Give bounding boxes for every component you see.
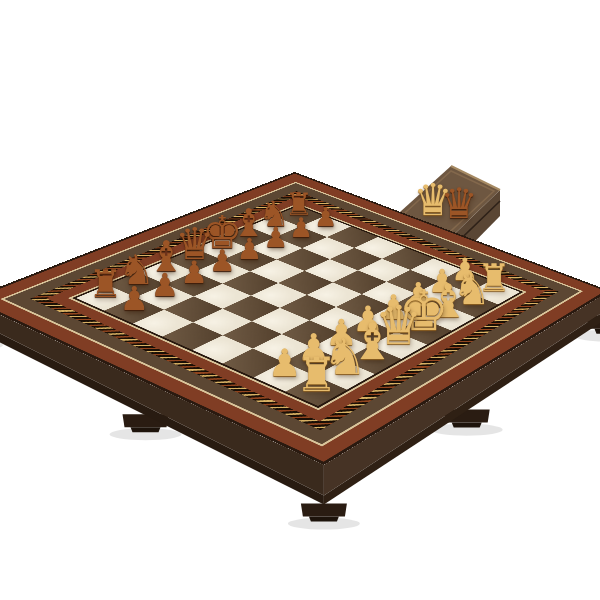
chess-product-scene: ♜♞♝♛♚♝♞♜♟♟♟♟♟♟♟♟♟♟♟♟♟♟♟♟♜♞♝♛♚♝♞♜♛♛ [0, 0, 600, 600]
piece-black-pawn-d7[interactable]: ♟ [209, 246, 236, 276]
spare-black-queen[interactable]: ♛ [440, 183, 478, 225]
shadow [109, 428, 181, 440]
piece-black-pawn-h7[interactable]: ♟ [314, 204, 337, 230]
board-base-part [123, 414, 169, 427]
board-base-part [309, 517, 339, 522]
board-base-part [595, 329, 600, 334]
piece-white-rook-a1[interactable]: ♜ [295, 350, 337, 397]
board-base-part [301, 504, 347, 517]
board-base-part [131, 427, 161, 432]
piece-black-pawn-c7[interactable]: ♟ [180, 257, 208, 288]
shadow [431, 424, 503, 436]
piece-black-pawn-f7[interactable]: ♟ [263, 224, 288, 252]
piece-black-pawn-e7[interactable]: ♟ [237, 235, 263, 264]
piece-black-pawn-a7[interactable]: ♟ [120, 282, 150, 315]
shadow [574, 330, 600, 342]
board-base-part [444, 410, 490, 423]
board-base-part [587, 316, 600, 329]
piece-black-pawn-b7[interactable]: ♟ [150, 269, 179, 301]
shadow [0, 339, 3, 351]
board-base-part [452, 423, 482, 428]
shadow [288, 518, 360, 530]
piece-black-pawn-g7[interactable]: ♟ [289, 214, 313, 241]
piece-black-rook-a8[interactable]: ♜ [89, 265, 123, 303]
